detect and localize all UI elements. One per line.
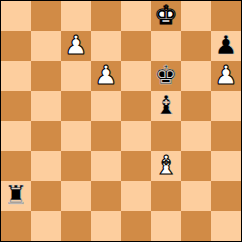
square-a6[interactable] <box>1 61 31 91</box>
square-f3[interactable]: ♝ <box>151 151 181 181</box>
square-h1[interactable] <box>211 211 241 241</box>
square-h6[interactable]: ♟ <box>211 61 241 91</box>
square-c1[interactable] <box>61 211 91 241</box>
square-h2[interactable] <box>211 181 241 211</box>
square-a1[interactable] <box>1 211 31 241</box>
square-b1[interactable] <box>31 211 61 241</box>
square-b3[interactable] <box>31 151 61 181</box>
square-d6[interactable]: ♟ <box>91 61 121 91</box>
black-rook-piece[interactable]: ♜ <box>4 181 27 210</box>
square-b8[interactable] <box>31 1 61 31</box>
square-d7[interactable] <box>91 31 121 61</box>
square-a2[interactable]: ♜ <box>1 181 31 211</box>
square-g2[interactable] <box>181 181 211 211</box>
square-c6[interactable] <box>61 61 91 91</box>
square-a4[interactable] <box>1 121 31 151</box>
square-c3[interactable] <box>61 151 91 181</box>
square-g6[interactable] <box>181 61 211 91</box>
square-g3[interactable] <box>181 151 211 181</box>
square-f6[interactable]: ♚ <box>151 61 181 91</box>
square-d3[interactable] <box>91 151 121 181</box>
square-f1[interactable] <box>151 211 181 241</box>
white-pawn-piece[interactable]: ♟ <box>64 31 87 60</box>
white-pawn-piece[interactable]: ♟ <box>214 61 237 90</box>
square-g1[interactable] <box>181 211 211 241</box>
square-h8[interactable] <box>211 1 241 31</box>
square-e6[interactable] <box>121 61 151 91</box>
square-g5[interactable] <box>181 91 211 121</box>
square-c8[interactable] <box>61 1 91 31</box>
white-king-piece[interactable]: ♚ <box>154 1 177 30</box>
square-e1[interactable] <box>121 211 151 241</box>
square-h4[interactable] <box>211 121 241 151</box>
square-d2[interactable] <box>91 181 121 211</box>
square-f7[interactable] <box>151 31 181 61</box>
square-b5[interactable] <box>31 91 61 121</box>
square-h7[interactable]: ♟ <box>211 31 241 61</box>
square-e7[interactable] <box>121 31 151 61</box>
square-b2[interactable] <box>31 181 61 211</box>
square-c5[interactable] <box>61 91 91 121</box>
white-pawn-piece[interactable]: ♟ <box>94 61 117 90</box>
square-a7[interactable] <box>1 31 31 61</box>
square-d5[interactable] <box>91 91 121 121</box>
black-king-piece[interactable]: ♚ <box>154 61 177 90</box>
black-bishop-piece[interactable]: ♝ <box>154 91 177 120</box>
square-c2[interactable] <box>61 181 91 211</box>
square-e3[interactable] <box>121 151 151 181</box>
square-b6[interactable] <box>31 61 61 91</box>
square-b4[interactable] <box>31 121 61 151</box>
chess-board: ♚♟♟♟♚♟♝♝♜ <box>0 0 242 242</box>
square-a8[interactable] <box>1 1 31 31</box>
white-bishop-piece[interactable]: ♝ <box>154 151 177 180</box>
square-d1[interactable] <box>91 211 121 241</box>
square-h5[interactable] <box>211 91 241 121</box>
square-g7[interactable] <box>181 31 211 61</box>
square-e2[interactable] <box>121 181 151 211</box>
square-d8[interactable] <box>91 1 121 31</box>
black-pawn-piece[interactable]: ♟ <box>214 31 237 60</box>
square-c4[interactable] <box>61 121 91 151</box>
square-g4[interactable] <box>181 121 211 151</box>
square-b7[interactable] <box>31 31 61 61</box>
square-h3[interactable] <box>211 151 241 181</box>
square-g8[interactable] <box>181 1 211 31</box>
square-f4[interactable] <box>151 121 181 151</box>
square-f8[interactable]: ♚ <box>151 1 181 31</box>
square-f5[interactable]: ♝ <box>151 91 181 121</box>
square-a5[interactable] <box>1 91 31 121</box>
square-a3[interactable] <box>1 151 31 181</box>
square-d4[interactable] <box>91 121 121 151</box>
square-c7[interactable]: ♟ <box>61 31 91 61</box>
square-e8[interactable] <box>121 1 151 31</box>
square-e4[interactable] <box>121 121 151 151</box>
square-e5[interactable] <box>121 91 151 121</box>
square-f2[interactable] <box>151 181 181 211</box>
